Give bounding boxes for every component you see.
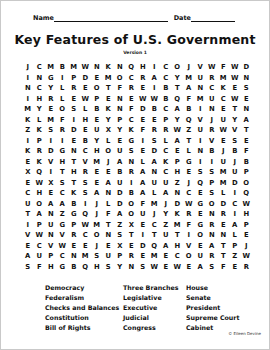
grid-cell: U bbox=[137, 209, 149, 220]
grid-cell: N bbox=[195, 146, 207, 157]
grid-cell: S bbox=[195, 167, 207, 178]
grid-cell: C bbox=[160, 62, 172, 73]
grid-cell: N bbox=[22, 83, 34, 94]
grid-cell: K bbox=[34, 125, 46, 136]
grid-cell: R bbox=[57, 125, 69, 136]
grid-cell: I bbox=[45, 167, 57, 178]
grid-cell: A bbox=[45, 199, 57, 210]
grid-cell: K bbox=[172, 209, 184, 220]
grid-cell: E bbox=[137, 220, 149, 231]
grid-cell: C bbox=[160, 146, 172, 157]
grid-cell: E bbox=[91, 167, 103, 178]
grid-cell: I bbox=[80, 199, 92, 210]
grid-cell: G bbox=[183, 157, 195, 168]
grid-cell: R bbox=[126, 251, 138, 262]
grid-cell: M bbox=[195, 94, 207, 105]
grid-cell: E bbox=[68, 136, 80, 147]
grid-cell: X bbox=[114, 241, 126, 252]
grid-cell: V bbox=[183, 241, 195, 252]
word-bank-item: Senate bbox=[186, 293, 261, 303]
word-bank: DemocracyFederalismChecks and BalancesCo… bbox=[45, 283, 261, 333]
grid-cell: I bbox=[22, 220, 34, 231]
grid-cell: W bbox=[149, 94, 161, 105]
grid-cell: B bbox=[149, 104, 161, 115]
grid-cell: Y bbox=[34, 104, 46, 115]
grid-cell: T bbox=[103, 83, 115, 94]
grid-cell: U bbox=[160, 178, 172, 189]
grid-cell: R bbox=[206, 73, 218, 84]
grid-cell: C bbox=[34, 241, 46, 252]
grid-cell: I bbox=[206, 157, 218, 168]
grid-cell: I bbox=[68, 115, 80, 126]
grid-cell: N bbox=[149, 167, 161, 178]
grid-cell: R bbox=[206, 251, 218, 262]
grid-cell: B bbox=[57, 62, 69, 73]
grid-cell: B bbox=[126, 188, 138, 199]
grid-cell: P bbox=[160, 115, 172, 126]
grid-cell: R bbox=[68, 230, 80, 241]
grid-cell: F bbox=[137, 125, 149, 136]
grid-cell: U bbox=[160, 230, 172, 241]
grid-cell: M bbox=[22, 104, 34, 115]
grid-cell: C bbox=[126, 115, 138, 126]
grid-cell: E bbox=[195, 209, 207, 220]
grid-cell: C bbox=[218, 94, 230, 105]
grid-cell: Q bbox=[149, 241, 161, 252]
grid-cell: E bbox=[22, 157, 34, 168]
grid-cell: W bbox=[149, 262, 161, 273]
grid-cell: H bbox=[241, 209, 253, 220]
grid-cell: C bbox=[80, 230, 92, 241]
grid-cell: U bbox=[218, 157, 230, 168]
grid-cell: F bbox=[218, 62, 230, 73]
grid-cell: F bbox=[103, 209, 115, 220]
grid-cell: E bbox=[80, 241, 92, 252]
grid-cell: G bbox=[57, 146, 69, 157]
grid-cell: W bbox=[80, 62, 92, 73]
grid-cell: D bbox=[229, 178, 241, 189]
grid-cell: J bbox=[206, 115, 218, 126]
grid-cell: S bbox=[45, 125, 57, 136]
grid-cell: E bbox=[241, 94, 253, 105]
grid-cell: W bbox=[241, 251, 253, 262]
grid-cell: E bbox=[241, 136, 253, 147]
grid-cell: M bbox=[91, 157, 103, 168]
grid-cell: T bbox=[241, 125, 253, 136]
grid-cell: T bbox=[149, 230, 161, 241]
grid-cell: E bbox=[218, 136, 230, 147]
word-bank-item: Checks and Balances bbox=[45, 303, 123, 313]
grid-cell: E bbox=[114, 136, 126, 147]
grid-cell: T bbox=[218, 241, 230, 252]
grid-cell: S bbox=[229, 136, 241, 147]
grid-cell: R bbox=[68, 83, 80, 94]
grid-cell: P bbox=[172, 157, 184, 168]
grid-cell: A bbox=[22, 251, 34, 262]
name-blank-line bbox=[54, 14, 168, 22]
grid-cell: N bbox=[103, 230, 115, 241]
grid-cell: B bbox=[206, 146, 218, 157]
grid-cell: L bbox=[149, 188, 161, 199]
grid-cell: S bbox=[149, 136, 161, 147]
grid-cell: S bbox=[241, 83, 253, 94]
grid-cell: Q bbox=[195, 178, 207, 189]
grid-cell: E bbox=[103, 241, 115, 252]
grid-cell: W bbox=[183, 199, 195, 210]
grid-cell: V bbox=[195, 62, 207, 73]
grid-cell: D bbox=[114, 188, 126, 199]
grid-cell: U bbox=[114, 178, 126, 189]
grid-cell: C bbox=[22, 188, 34, 199]
grid-cell: L bbox=[160, 136, 172, 147]
grid-cell: W bbox=[172, 125, 184, 136]
grid-cell: W bbox=[34, 230, 46, 241]
grid-cell: P bbox=[45, 251, 57, 262]
grid-cell: F bbox=[183, 94, 195, 105]
name-label: Name bbox=[33, 14, 54, 22]
puzzle-title: Key Features of U.S. Government bbox=[1, 32, 269, 47]
grid-cell: D bbox=[137, 104, 149, 115]
grid-cell: A bbox=[91, 188, 103, 199]
grid-cell: P bbox=[241, 167, 253, 178]
grid-cell: E bbox=[183, 262, 195, 273]
grid-cell: D bbox=[241, 62, 253, 73]
grid-cell: P bbox=[114, 251, 126, 262]
grid-cell: K bbox=[22, 115, 34, 126]
grid-cell: F bbox=[57, 115, 69, 126]
grid-cell: X bbox=[45, 178, 57, 189]
grid-cell: A bbox=[160, 241, 172, 252]
grid-cell: L bbox=[57, 83, 69, 94]
grid-cell: J bbox=[91, 209, 103, 220]
grid-cell: F bbox=[183, 220, 195, 231]
grid-cell: Y bbox=[91, 136, 103, 147]
grid-cell: E bbox=[195, 188, 207, 199]
grid-cell: R bbox=[183, 209, 195, 220]
grid-cell: H bbox=[91, 262, 103, 273]
grid-cell: E bbox=[22, 178, 34, 189]
grid-cell: U bbox=[195, 125, 207, 136]
grid-cell: K bbox=[103, 62, 115, 73]
grid-cell: O bbox=[126, 199, 138, 210]
grid-cell: O bbox=[91, 83, 103, 94]
grid-cell: K bbox=[22, 146, 34, 157]
grid-cell: M bbox=[218, 178, 230, 189]
word-bank-column: HouseSenatePresidentSupreme CourtCabinet bbox=[186, 283, 261, 333]
grid-cell: W bbox=[80, 94, 92, 105]
grid-cell: C bbox=[183, 188, 195, 199]
grid-cell: P bbox=[68, 73, 80, 84]
grid-cell: L bbox=[229, 230, 241, 241]
grid-cell: P bbox=[206, 178, 218, 189]
word-search-grid: JCMBMWNKNQHICOJVWFWDINGIPDEMOCRACYMURMWN… bbox=[22, 62, 252, 272]
grid-cell: G bbox=[57, 262, 69, 273]
grid-cell: F bbox=[114, 83, 126, 94]
grid-cell: O bbox=[91, 230, 103, 241]
grid-cell: C bbox=[57, 188, 69, 199]
grid-cell: P bbox=[114, 115, 126, 126]
grid-cell: A bbox=[149, 157, 161, 168]
grid-cell: W bbox=[80, 220, 92, 231]
grid-cell: T bbox=[22, 209, 34, 220]
grid-cell: S bbox=[114, 230, 126, 241]
grid-cell: J bbox=[149, 209, 161, 220]
grid-cell: M bbox=[183, 73, 195, 84]
grid-cell: N bbox=[126, 262, 138, 273]
grid-cell: D bbox=[45, 146, 57, 157]
grid-cell: M bbox=[91, 220, 103, 231]
grid-cell: X bbox=[126, 220, 138, 231]
grid-cell: C bbox=[160, 73, 172, 84]
grid-cell: J bbox=[103, 157, 115, 168]
word-bank-item: President bbox=[186, 303, 261, 313]
grid-cell: S bbox=[206, 262, 218, 273]
grid-cell: I bbox=[137, 230, 149, 241]
grid-cell: V bbox=[206, 136, 218, 147]
grid-cell: C bbox=[229, 199, 241, 210]
grid-cell: B bbox=[160, 83, 172, 94]
grid-cell: E bbox=[218, 220, 230, 231]
grid-cell: A bbox=[149, 73, 161, 84]
grid-cell: Z bbox=[22, 125, 34, 136]
grid-cell: E bbox=[91, 178, 103, 189]
grid-cell: D bbox=[80, 73, 92, 84]
grid-cell: W bbox=[34, 178, 46, 189]
grid-cell: U bbox=[149, 178, 161, 189]
grid-cell: T bbox=[172, 230, 184, 241]
grid-cell: I bbox=[149, 83, 161, 94]
grid-cell: E bbox=[45, 104, 57, 115]
grid-cell: U bbox=[103, 251, 115, 262]
word-bank-item: Executive bbox=[123, 303, 186, 313]
grid-cell: D bbox=[218, 199, 230, 210]
grid-cell: R bbox=[206, 125, 218, 136]
grid-cell: P bbox=[229, 241, 241, 252]
grid-cell: Y bbox=[229, 115, 241, 126]
grid-cell: M bbox=[103, 73, 115, 84]
grid-cell: I bbox=[195, 136, 207, 147]
grid-cell: V bbox=[45, 241, 57, 252]
grid-cell: A bbox=[160, 188, 172, 199]
grid-cell: C bbox=[160, 104, 172, 115]
grid-cell: N bbox=[126, 157, 138, 168]
grid-cell: R bbox=[34, 146, 46, 157]
grid-cell: T bbox=[68, 157, 80, 168]
grid-cell: W bbox=[57, 241, 69, 252]
grid-cell: S bbox=[206, 167, 218, 178]
grid-cell: I bbox=[195, 104, 207, 115]
grid-cell: O bbox=[114, 73, 126, 84]
grid-cell: E bbox=[229, 83, 241, 94]
grid-cell: U bbox=[195, 251, 207, 262]
grid-cell: I bbox=[22, 73, 34, 84]
grid-cell: I bbox=[137, 136, 149, 147]
grid-cell: A bbox=[172, 136, 184, 147]
grid-cell: N bbox=[114, 94, 126, 105]
grid-cell: G bbox=[57, 220, 69, 231]
grid-cell: W bbox=[229, 73, 241, 84]
grid-cell: E bbox=[137, 146, 149, 157]
grid-cell: B bbox=[68, 199, 80, 210]
grid-cell: G bbox=[195, 220, 207, 231]
grid-cell: S bbox=[126, 146, 138, 157]
grid-cell: T bbox=[68, 178, 80, 189]
grid-cell: H bbox=[68, 167, 80, 178]
grid-cell: N bbox=[68, 251, 80, 262]
grid-cell: Y bbox=[103, 115, 115, 126]
grid-cell: R bbox=[241, 262, 253, 273]
grid-cell: S bbox=[80, 188, 92, 199]
grid-cell: S bbox=[206, 188, 218, 199]
grid-cell: C bbox=[172, 251, 184, 262]
grid-cell: K bbox=[126, 125, 138, 136]
grid-cell: E bbox=[80, 83, 92, 94]
grid-cell: H bbox=[34, 188, 46, 199]
grid-cell: A bbox=[206, 241, 218, 252]
grid-cell: R bbox=[206, 220, 218, 231]
grid-cell: H bbox=[172, 167, 184, 178]
grid-cell: I bbox=[183, 230, 195, 241]
grid-cell: X bbox=[22, 167, 34, 178]
grid-cell: V bbox=[57, 230, 69, 241]
grid-cell: G bbox=[126, 136, 138, 147]
name-date-row: Name Date bbox=[33, 14, 235, 22]
grid-cell: R bbox=[137, 73, 149, 84]
grid-cell: B bbox=[68, 262, 80, 273]
grid-cell: E bbox=[137, 115, 149, 126]
grid-cell: L bbox=[103, 199, 115, 210]
grid-cell: R bbox=[45, 94, 57, 105]
grid-cell: M bbox=[149, 199, 161, 210]
word-bank-item: House bbox=[186, 283, 261, 293]
grid-cell: R bbox=[160, 125, 172, 136]
grid-cell: V bbox=[80, 157, 92, 168]
grid-cell: O bbox=[241, 178, 253, 189]
grid-cell: S bbox=[80, 178, 92, 189]
grid-cell: A bbox=[241, 115, 253, 126]
grid-cell: M bbox=[172, 220, 184, 231]
grid-cell: I bbox=[22, 94, 34, 105]
grid-cell: J bbox=[22, 62, 34, 73]
grid-cell: V bbox=[45, 157, 57, 168]
grid-cell: E bbox=[149, 115, 161, 126]
grid-cell: L bbox=[57, 94, 69, 105]
grid-cell: H bbox=[91, 146, 103, 157]
grid-cell: S bbox=[57, 178, 69, 189]
grid-cell: E bbox=[91, 115, 103, 126]
grid-cell: V bbox=[22, 230, 34, 241]
grid-cell: B bbox=[80, 136, 92, 147]
grid-cell: I bbox=[126, 178, 138, 189]
grid-cell: E bbox=[218, 104, 230, 115]
grid-cell: D bbox=[172, 199, 184, 210]
grid-cell: F bbox=[34, 262, 46, 273]
grid-cell: A bbox=[137, 178, 149, 189]
grid-cell: Z bbox=[160, 220, 172, 231]
grid-cell: N bbox=[114, 62, 126, 73]
grid-cell: A bbox=[172, 104, 184, 115]
grid-cell: J bbox=[229, 157, 241, 168]
grid-cell: B bbox=[229, 146, 241, 157]
grid-cell: U bbox=[218, 115, 230, 126]
grid-cell: H bbox=[137, 62, 149, 73]
grid-cell: T bbox=[183, 136, 195, 147]
grid-cell: B bbox=[160, 94, 172, 105]
grid-cell: G bbox=[195, 199, 207, 210]
date-blank-line bbox=[191, 14, 235, 22]
grid-cell: C bbox=[57, 251, 69, 262]
word-bank-column: Three BranchesLegislativeExecutiveJudici… bbox=[123, 283, 186, 333]
grid-cell: A bbox=[114, 157, 126, 168]
grid-cell: L bbox=[137, 157, 149, 168]
grid-cell: W bbox=[229, 94, 241, 105]
grid-cell: M bbox=[80, 251, 92, 262]
word-bank-item: Three Branches bbox=[123, 283, 186, 293]
grid-cell: I bbox=[22, 136, 34, 147]
grid-cell: J bbox=[241, 241, 253, 252]
grid-cell: A bbox=[195, 262, 207, 273]
word-bank-item: Judicial bbox=[123, 313, 186, 323]
grid-cell: Y bbox=[114, 262, 126, 273]
grid-cell: Z bbox=[229, 251, 241, 262]
grid-cell: F bbox=[137, 199, 149, 210]
grid-cell: O bbox=[172, 62, 184, 73]
grid-cell: Y bbox=[172, 73, 184, 84]
grid-cell: N bbox=[45, 230, 57, 241]
grid-cell: D bbox=[68, 125, 80, 136]
grid-cell: S bbox=[22, 262, 34, 273]
grid-cell: C bbox=[206, 83, 218, 94]
grid-cell: U bbox=[45, 220, 57, 231]
grid-cell: E bbox=[103, 94, 115, 105]
grid-cell: U bbox=[206, 94, 218, 105]
grid-cell: F bbox=[126, 104, 138, 115]
grid-cell: Q bbox=[34, 167, 46, 178]
grid-cell: A bbox=[183, 83, 195, 94]
grid-cell: I bbox=[229, 209, 241, 220]
grid-cell: Y bbox=[160, 209, 172, 220]
grid-cell: L bbox=[34, 115, 46, 126]
grid-cell: W bbox=[172, 262, 184, 273]
word-bank-item: Democracy bbox=[45, 283, 123, 293]
grid-cell: A bbox=[137, 167, 149, 178]
grid-cell: E bbox=[68, 94, 80, 105]
grid-cell: N bbox=[218, 230, 230, 241]
grid-cell: N bbox=[34, 73, 46, 84]
grid-cell: C bbox=[149, 220, 161, 231]
grid-cell: K bbox=[103, 104, 115, 115]
date-label: Date bbox=[174, 14, 191, 22]
grid-cell: D bbox=[114, 199, 126, 210]
grid-cell: H bbox=[34, 94, 46, 105]
grid-cell: N bbox=[241, 104, 253, 115]
grid-cell: Q bbox=[126, 62, 138, 73]
grid-cell: T bbox=[229, 104, 241, 115]
grid-cell: Z bbox=[172, 178, 184, 189]
grid-cell: L bbox=[183, 146, 195, 157]
grid-cell: E bbox=[45, 188, 57, 199]
grid-cell: F bbox=[241, 146, 253, 157]
word-bank-item: Bill of Rights bbox=[45, 323, 123, 333]
grid-cell: E bbox=[137, 83, 149, 94]
grid-cell: J bbox=[91, 199, 103, 210]
grid-cell: J bbox=[91, 241, 103, 252]
grid-cell: J bbox=[183, 178, 195, 189]
grid-cell: V bbox=[229, 125, 241, 136]
grid-cell: I bbox=[45, 136, 57, 147]
grid-cell: O bbox=[57, 104, 69, 115]
grid-cell: Y bbox=[45, 83, 57, 94]
